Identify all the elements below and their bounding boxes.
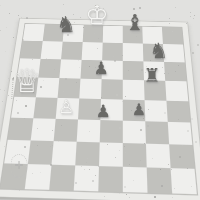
square-h5[interactable] <box>165 81 188 102</box>
black-bishop-g7[interactable]: ♝ <box>125 12 145 34</box>
square-e2[interactable] <box>99 142 123 166</box>
square-a3[interactable] <box>8 118 34 141</box>
black-pawn-e4[interactable]: ♟ <box>95 103 110 120</box>
chessboard-photo: ♔♞♝♞♜♕♟♙♟♟ ✛ <box>0 0 200 200</box>
square-f5[interactable] <box>123 80 145 100</box>
white-king-d8[interactable]: ♔ <box>85 2 108 28</box>
square-h2[interactable] <box>169 144 194 169</box>
square-c7[interactable] <box>61 42 83 60</box>
square-e5[interactable] <box>101 79 123 99</box>
square-d1[interactable] <box>74 165 99 191</box>
square-b2[interactable] <box>28 140 54 164</box>
square-c2[interactable] <box>52 141 77 165</box>
square-d5[interactable] <box>79 79 101 99</box>
black-pawn-g4[interactable]: ♟ <box>132 102 146 118</box>
square-a7[interactable] <box>20 41 43 59</box>
square-b6[interactable] <box>38 59 61 78</box>
black-knight-c7[interactable]: ♞ <box>56 14 76 36</box>
square-f1[interactable] <box>123 167 148 193</box>
square-h1[interactable] <box>171 168 197 194</box>
square-f2[interactable] <box>123 143 147 167</box>
square-h3[interactable] <box>168 122 193 145</box>
square-g2[interactable] <box>146 144 171 168</box>
square-g1[interactable] <box>147 167 172 193</box>
board-maker-emblem: ✛ <box>11 154 28 178</box>
square-c3[interactable] <box>54 119 78 142</box>
square-b1[interactable] <box>25 164 52 190</box>
square-e1[interactable] <box>98 166 123 192</box>
black-pawn-e5[interactable]: ♟ <box>93 60 108 77</box>
square-b4[interactable] <box>33 97 57 119</box>
square-f7[interactable] <box>123 43 144 61</box>
square-e3[interactable] <box>100 120 123 143</box>
black-rook-g5[interactable]: ♜ <box>143 66 160 85</box>
square-c6[interactable] <box>59 59 81 78</box>
black-knight-h6[interactable]: ♞ <box>150 41 169 62</box>
square-f3[interactable] <box>123 121 146 144</box>
square-a8[interactable] <box>23 24 45 41</box>
square-b7[interactable] <box>41 41 63 59</box>
white-queen-a5[interactable]: ♕ <box>13 65 42 97</box>
square-c1[interactable] <box>49 165 75 191</box>
square-d2[interactable] <box>75 142 99 166</box>
white-pawn-c4[interactable]: ♙ <box>58 98 74 116</box>
